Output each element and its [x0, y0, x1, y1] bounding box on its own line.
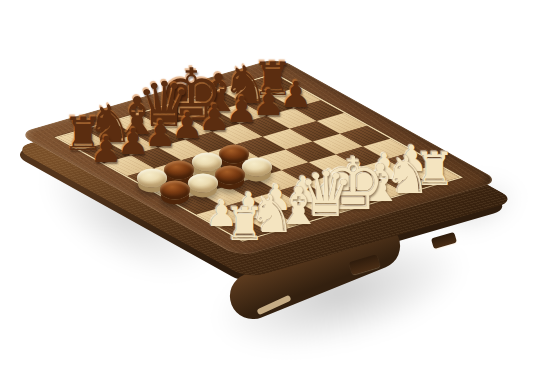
product-photo-stage: ♜♞♝♛♚♝♞♜♟♟♟♟♟♟♟♟♟♟♟♟♟♟♟♟♜♞♝♛♚♝♞♜	[0, 0, 533, 371]
